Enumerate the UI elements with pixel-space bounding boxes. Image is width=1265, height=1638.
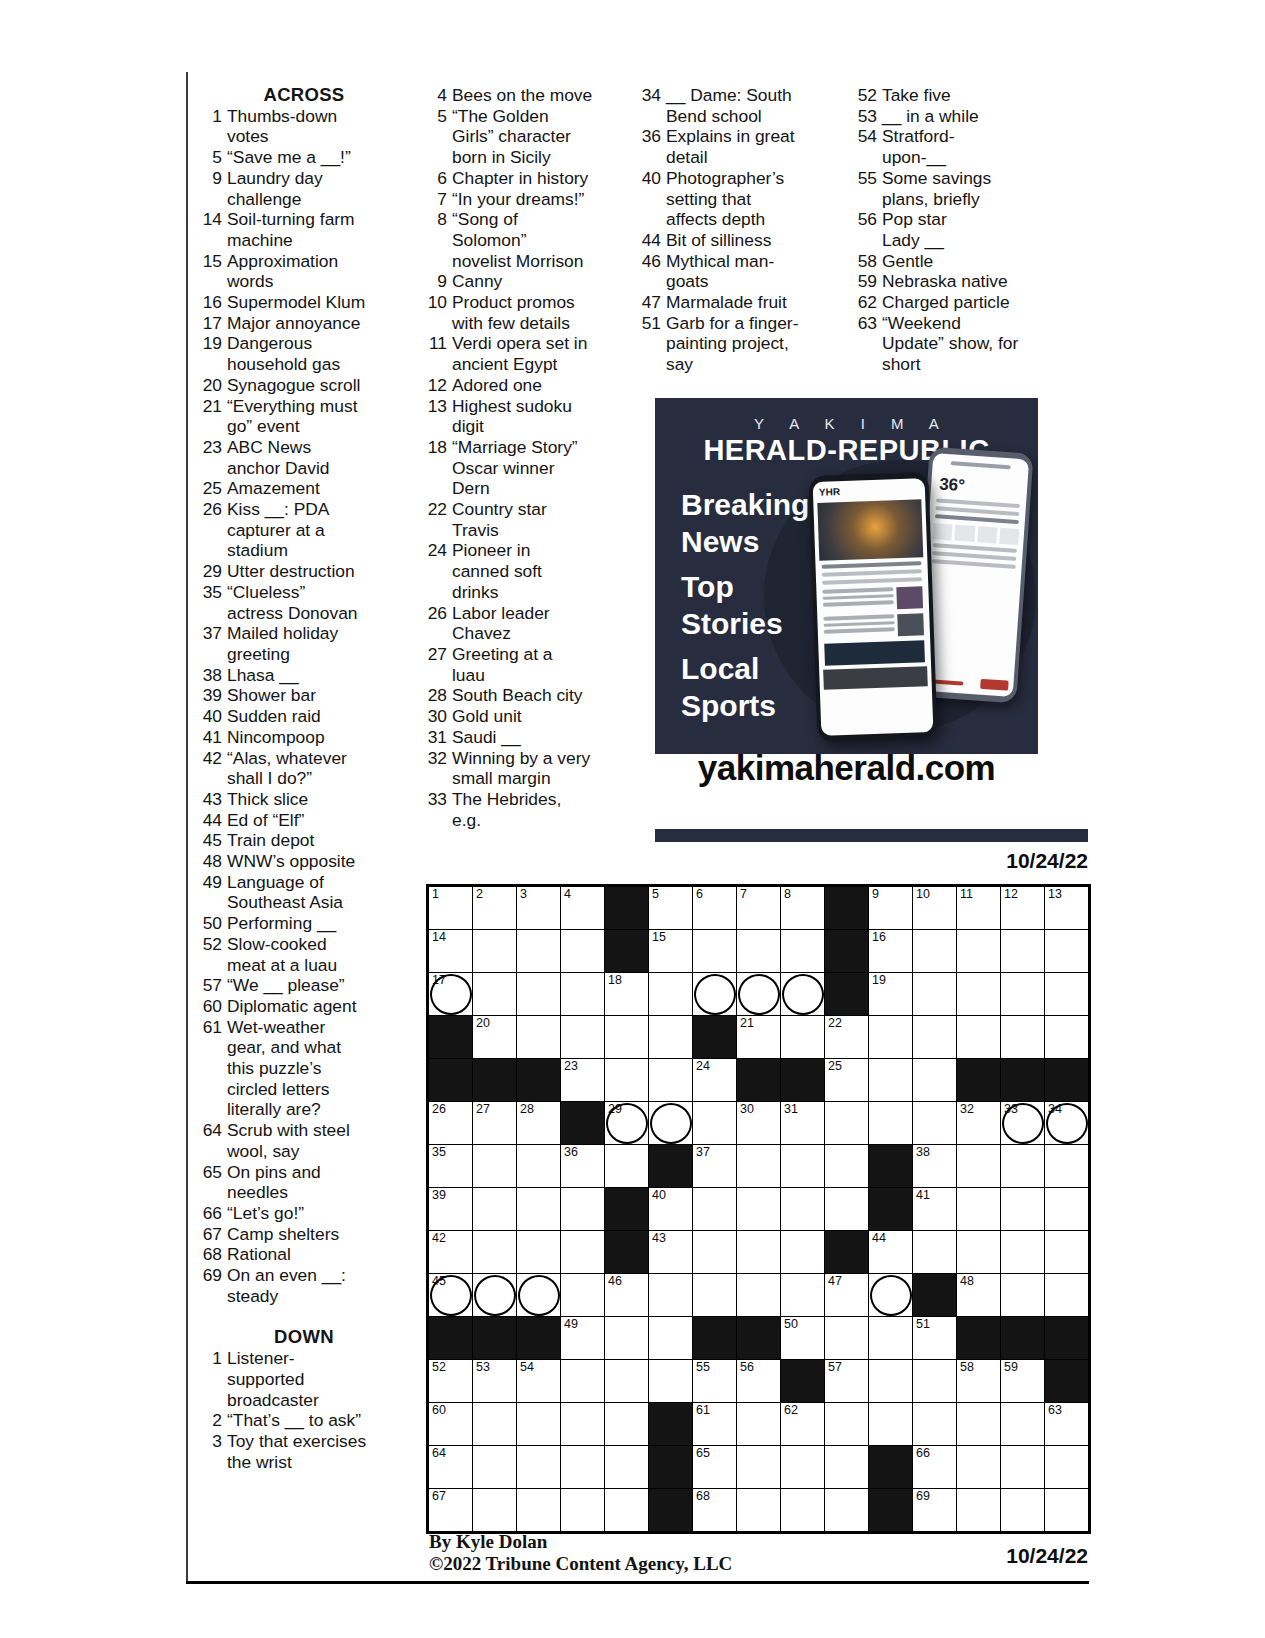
grid-cell[interactable]: 62 xyxy=(781,1403,824,1445)
clue-number: 39 xyxy=(198,685,222,706)
clue-number: 40 xyxy=(637,168,661,189)
grid-cell[interactable]: 27 xyxy=(473,1102,516,1144)
grid-cell[interactable] xyxy=(605,1317,648,1359)
cell-number: 5 xyxy=(652,888,659,901)
cell-number: 6 xyxy=(696,888,703,901)
grid-cell[interactable]: 35 xyxy=(429,1145,472,1187)
grid-cell[interactable] xyxy=(957,1188,1000,1230)
grid-cell[interactable]: 28 xyxy=(517,1102,560,1144)
grid-cell[interactable] xyxy=(693,1274,736,1316)
clue-text: South Beach city xyxy=(452,685,583,706)
clue-across-39: 39Shower bar xyxy=(198,685,410,706)
grid-cell[interactable] xyxy=(473,930,516,972)
cell-number: 39 xyxy=(432,1189,446,1202)
grid-cell[interactable]: 30 xyxy=(737,1102,780,1144)
grid-cell[interactable]: 20 xyxy=(473,1016,516,1058)
grid-cell[interactable] xyxy=(649,1317,692,1359)
grid-cell[interactable] xyxy=(913,973,956,1015)
grid-cell[interactable] xyxy=(649,1059,692,1101)
grid-cell[interactable]: 45 xyxy=(429,1274,472,1316)
clue-down-26: 26Labor leader Chavez xyxy=(423,603,628,644)
grid-cell[interactable] xyxy=(605,1016,648,1058)
grid-cell[interactable]: 29 xyxy=(605,1102,648,1144)
clue-down-34: 34__ Dame: South Bend school xyxy=(637,85,847,126)
clue-text: Charged particle xyxy=(882,292,1010,313)
grid-cell[interactable] xyxy=(957,1016,1000,1058)
black-cell xyxy=(1045,1059,1088,1101)
grid-cell[interactable]: 44 xyxy=(869,1231,912,1273)
grid-cell[interactable] xyxy=(561,1403,604,1445)
grid-cell[interactable] xyxy=(605,1145,648,1187)
grid-cell[interactable] xyxy=(561,1446,604,1488)
grid-cell[interactable] xyxy=(913,1403,956,1445)
clue-number: 30 xyxy=(423,706,447,727)
clue-text: __ in a while xyxy=(882,106,979,127)
clue-across-50: 50Performing __ xyxy=(198,913,410,934)
clue-number: 7 xyxy=(423,189,447,210)
black-cell xyxy=(561,1102,604,1144)
clue-number: 35 xyxy=(198,582,222,603)
clue-text: Shower bar xyxy=(227,685,316,706)
grid-cell[interactable] xyxy=(737,1188,780,1230)
grid-cell[interactable] xyxy=(693,1188,736,1230)
grid-cell[interactable] xyxy=(913,1016,956,1058)
grid-cell[interactable]: 13 xyxy=(1045,887,1088,929)
grid-cell[interactable] xyxy=(781,1016,824,1058)
grid-cell[interactable] xyxy=(517,930,560,972)
grid-cell[interactable]: 22 xyxy=(825,1016,868,1058)
grid-cell[interactable]: 12 xyxy=(1001,887,1044,929)
grid-cell[interactable]: 32 xyxy=(957,1102,1000,1144)
grid-cell[interactable] xyxy=(781,1446,824,1488)
cell-number: 23 xyxy=(564,1060,578,1073)
grid-cell[interactable] xyxy=(737,1403,780,1445)
grid-cell[interactable] xyxy=(605,1489,648,1531)
grid-cell[interactable] xyxy=(605,1360,648,1402)
grid-cell[interactable] xyxy=(1001,1145,1044,1187)
clue-number: 10 xyxy=(423,292,447,313)
grid-cell[interactable] xyxy=(517,1274,560,1316)
grid-cell[interactable]: 46 xyxy=(605,1274,648,1316)
clue-number: 41 xyxy=(198,727,222,748)
grid-cell[interactable] xyxy=(781,1231,824,1273)
clue-down-4: 4Bees on the move xyxy=(423,85,628,106)
grid-cell[interactable]: 52 xyxy=(429,1360,472,1402)
grid-cell[interactable] xyxy=(781,1188,824,1230)
grid-cell[interactable] xyxy=(825,1188,868,1230)
clue-number: 58 xyxy=(853,251,877,272)
theme-circle xyxy=(738,974,780,1015)
herald-republic-ad[interactable]: Y A K I M A HERALD-REPUBLIC Breaking New… xyxy=(655,398,1038,754)
grid-cell[interactable]: 69 xyxy=(913,1489,956,1531)
grid-cell[interactable] xyxy=(781,1145,824,1187)
grid-cell[interactable]: 48 xyxy=(957,1274,1000,1316)
clue-text: Wet-weather gear, and what this puzzle’s… xyxy=(227,1017,341,1121)
clue-down-54: 54Stratford- upon-__ xyxy=(853,126,1065,167)
clue-text: “Song of Solomon” novelist Morrison xyxy=(452,209,583,271)
grid-cell[interactable]: 41 xyxy=(913,1188,956,1230)
black-cell xyxy=(825,887,868,929)
grid-cell[interactable]: 36 xyxy=(561,1145,604,1187)
grid-cell[interactable] xyxy=(957,1489,1000,1531)
clue-number: 37 xyxy=(198,623,222,644)
clue-text: “We __ please” xyxy=(227,975,345,996)
grid-cell[interactable] xyxy=(957,930,1000,972)
clue-number: 57 xyxy=(198,975,222,996)
cell-number: 35 xyxy=(432,1146,446,1159)
clue-across-35: 35“Clueless” actress Donovan xyxy=(198,582,410,623)
grid-cell[interactable]: 65 xyxy=(693,1446,736,1488)
grid-cell[interactable]: 49 xyxy=(561,1317,604,1359)
grid-cell[interactable] xyxy=(1045,1489,1088,1531)
grid-cell[interactable] xyxy=(1045,1188,1088,1230)
grid-cell[interactable] xyxy=(561,1489,604,1531)
black-cell xyxy=(869,1446,912,1488)
grid-cell[interactable] xyxy=(1045,1446,1088,1488)
clue-text: Performing __ xyxy=(227,913,336,934)
clue-down-9: 9Canny xyxy=(423,271,628,292)
grid-cell[interactable] xyxy=(561,1188,604,1230)
grid-cell[interactable] xyxy=(869,1102,912,1144)
clue-across-44: 44Ed of “Elf” xyxy=(198,810,410,831)
grid-cell[interactable]: 3 xyxy=(517,887,560,929)
grid-cell[interactable] xyxy=(517,1016,560,1058)
clue-text: Listener- supported broadcaster xyxy=(227,1348,319,1410)
grid-cell[interactable]: 57 xyxy=(825,1360,868,1402)
grid-cell[interactable] xyxy=(957,1231,1000,1273)
grid-cell[interactable]: 11 xyxy=(957,887,1000,929)
grid-cell[interactable]: 58 xyxy=(957,1360,1000,1402)
grid-cell[interactable] xyxy=(473,1446,516,1488)
grid-cell[interactable]: 14 xyxy=(429,930,472,972)
grid-cell[interactable] xyxy=(869,1360,912,1402)
clue-number: 50 xyxy=(198,913,222,934)
grid-cell[interactable] xyxy=(1001,930,1044,972)
grid-cell[interactable] xyxy=(517,1403,560,1445)
grid-cell[interactable] xyxy=(1001,973,1044,1015)
clue-down-18: 18“Marriage Story” Oscar winner Dern xyxy=(423,437,628,499)
cell-number: 41 xyxy=(916,1189,930,1202)
puzzle-date-top: 10/24/22 xyxy=(1006,849,1088,873)
grid-cell[interactable] xyxy=(869,1403,912,1445)
clue-down-52: 52Take five xyxy=(853,85,1065,106)
grid-cell[interactable] xyxy=(737,1145,780,1187)
grid-cell[interactable] xyxy=(1001,1016,1044,1058)
clue-number: 1 xyxy=(198,1348,222,1369)
clue-across-25: 25Amazement xyxy=(198,478,410,499)
grid-cell[interactable]: 51 xyxy=(913,1317,956,1359)
grid-cell[interactable]: 37 xyxy=(693,1145,736,1187)
cell-number: 31 xyxy=(784,1103,798,1116)
grid-cell[interactable] xyxy=(473,1145,516,1187)
cell-number: 56 xyxy=(740,1361,754,1374)
theme-circle xyxy=(650,1103,692,1144)
clue-text: Thumbs-down votes xyxy=(227,106,337,147)
grid-cell[interactable]: 63 xyxy=(1045,1403,1088,1445)
grid-cell[interactable] xyxy=(605,1446,648,1488)
grid-cell[interactable]: 54 xyxy=(517,1360,560,1402)
grid-cell[interactable] xyxy=(473,1403,516,1445)
grid-cell[interactable] xyxy=(737,1274,780,1316)
grid-cell[interactable] xyxy=(869,1059,912,1101)
clue-text: Nincompoop xyxy=(227,727,325,748)
grid-cell[interactable] xyxy=(869,1016,912,1058)
clue-number: 53 xyxy=(853,106,877,127)
grid-cell[interactable] xyxy=(473,1274,516,1316)
grid-cell[interactable] xyxy=(825,1317,868,1359)
grid-cell[interactable]: 33 xyxy=(1001,1102,1044,1144)
clue-across-66: 66“Let’s go!” xyxy=(198,1203,410,1224)
grid-cell[interactable] xyxy=(517,1145,560,1187)
grid-cell[interactable]: 16 xyxy=(869,930,912,972)
black-cell xyxy=(1045,1317,1088,1359)
grid-cell[interactable]: 55 xyxy=(693,1360,736,1402)
grid-cell[interactable] xyxy=(561,1016,604,1058)
grid-cell[interactable] xyxy=(825,1102,868,1144)
black-cell xyxy=(957,1317,1000,1359)
grid-cell[interactable]: 61 xyxy=(693,1403,736,1445)
clue-number: 13 xyxy=(423,396,447,417)
grid-cell[interactable]: 18 xyxy=(605,973,648,1015)
crossword-grid[interactable]: 1234567891011121314151617181920212223242… xyxy=(426,884,1091,1534)
grid-cell[interactable] xyxy=(913,1360,956,1402)
clue-number: 65 xyxy=(198,1162,222,1183)
clue-text: Canny xyxy=(452,271,502,292)
clue-across-9: 9Laundry day challenge xyxy=(198,168,410,209)
grid-cell[interactable] xyxy=(1001,1274,1044,1316)
grid-cell[interactable]: 25 xyxy=(825,1059,868,1101)
grid-cell[interactable]: 39 xyxy=(429,1188,472,1230)
grid-cell[interactable]: 4 xyxy=(561,887,604,929)
theme-circle xyxy=(694,974,736,1015)
weather-temp: 36° xyxy=(931,463,1029,500)
grid-cell[interactable]: 60 xyxy=(429,1403,472,1445)
cell-number: 28 xyxy=(520,1103,534,1116)
cell-number: 44 xyxy=(872,1232,886,1245)
grid-cell[interactable] xyxy=(693,1231,736,1273)
grid-cell[interactable]: 31 xyxy=(781,1102,824,1144)
grid-cell[interactable]: 24 xyxy=(693,1059,736,1101)
clue-text: Train depot xyxy=(227,830,314,851)
black-cell xyxy=(737,1059,780,1101)
grid-cell[interactable]: 26 xyxy=(429,1102,472,1144)
grid-cell[interactable]: 2 xyxy=(473,887,516,929)
grid-cell[interactable] xyxy=(1045,1145,1088,1187)
grid-cell[interactable] xyxy=(913,1059,956,1101)
grid-cell[interactable] xyxy=(561,1231,604,1273)
grid-cell[interactable] xyxy=(957,973,1000,1015)
clue-across-14: 14Soil-turning farm machine xyxy=(198,209,410,250)
across-header: ACROSS xyxy=(198,85,410,106)
grid-cell[interactable]: 15 xyxy=(649,930,692,972)
black-cell xyxy=(737,1317,780,1359)
grid-cell[interactable] xyxy=(1001,1188,1044,1230)
grid-cell[interactable] xyxy=(693,930,736,972)
clue-number: 56 xyxy=(853,209,877,230)
grid-cell[interactable] xyxy=(825,1145,868,1187)
clue-text: Saudi __ xyxy=(452,727,521,748)
cell-number: 58 xyxy=(960,1361,974,1374)
grid-cell[interactable] xyxy=(913,930,956,972)
grid-cell[interactable]: 64 xyxy=(429,1446,472,1488)
grid-cell[interactable]: 1 xyxy=(429,887,472,929)
grid-cell[interactable] xyxy=(561,1274,604,1316)
clue-number: 15 xyxy=(198,251,222,272)
clue-across-26: 26Kiss __: PDA capturer at a stadium xyxy=(198,499,410,561)
grid-cell[interactable] xyxy=(605,1403,648,1445)
grid-cell[interactable] xyxy=(649,1102,692,1144)
grid-cell[interactable]: 19 xyxy=(869,973,912,1015)
clue-text: Highest sudoku digit xyxy=(452,396,572,437)
grid-cell[interactable]: 5 xyxy=(649,887,692,929)
grid-cell[interactable] xyxy=(693,973,736,1015)
grid-cell[interactable] xyxy=(649,1360,692,1402)
grid-cell[interactable]: 42 xyxy=(429,1231,472,1273)
clue-text: Product promos with few details xyxy=(452,292,575,333)
grid-cell[interactable] xyxy=(561,1360,604,1402)
grid-cell[interactable] xyxy=(737,1489,780,1531)
grid-cell[interactable]: 56 xyxy=(737,1360,780,1402)
grid-cell[interactable] xyxy=(957,1403,1000,1445)
black-cell xyxy=(869,1188,912,1230)
clue-down-28: 28South Beach city xyxy=(423,685,628,706)
news-bottom-photo xyxy=(823,666,928,690)
grid-cell[interactable] xyxy=(737,930,780,972)
grid-cell[interactable] xyxy=(913,1102,956,1144)
clue-down-33: 33The Hebrides, e.g. xyxy=(423,789,628,830)
grid-cell[interactable]: 50 xyxy=(781,1317,824,1359)
cell-number: 59 xyxy=(1004,1361,1018,1374)
black-cell xyxy=(605,1188,648,1230)
grid-cell[interactable] xyxy=(1045,1274,1088,1316)
clue-down-30: 30Gold unit xyxy=(423,706,628,727)
grid-cell[interactable] xyxy=(1001,1403,1044,1445)
clue-text: “Save me a __!” xyxy=(227,147,351,168)
grid-cell[interactable] xyxy=(517,1231,560,1273)
grid-cell[interactable]: 17 xyxy=(429,973,472,1015)
black-cell xyxy=(517,1317,560,1359)
grid-cell[interactable] xyxy=(1045,973,1088,1015)
cell-number: 8 xyxy=(784,888,791,901)
clue-number: 9 xyxy=(423,271,447,292)
grid-cell[interactable] xyxy=(957,1145,1000,1187)
grid-cell[interactable] xyxy=(1001,1446,1044,1488)
grid-cell[interactable] xyxy=(825,1403,868,1445)
grid-cell[interactable] xyxy=(869,1274,912,1316)
grid-cell[interactable] xyxy=(737,1446,780,1488)
grid-cell[interactable]: 8 xyxy=(781,887,824,929)
clue-text: Winning by a very small margin xyxy=(452,748,590,789)
grid-cell[interactable]: 66 xyxy=(913,1446,956,1488)
grid-cell[interactable] xyxy=(913,1231,956,1273)
grid-cell[interactable] xyxy=(781,973,824,1015)
clue-text: Country star Travis xyxy=(452,499,547,540)
clue-column-2: 4Bees on the move5“The Golden Girls” cha… xyxy=(423,85,628,830)
grid-cell[interactable]: 68 xyxy=(693,1489,736,1531)
grid-cell[interactable] xyxy=(781,1274,824,1316)
clue-number: 66 xyxy=(198,1203,222,1224)
clue-number: 54 xyxy=(853,126,877,147)
clue-number: 4 xyxy=(423,85,447,106)
clue-across-23: 23ABC News anchor David xyxy=(198,437,410,478)
website-url[interactable]: yakimaherald.com xyxy=(655,748,1038,788)
theme-circle xyxy=(518,1275,560,1316)
grid-cell[interactable] xyxy=(605,1059,648,1101)
clue-text: Kiss __: PDA capturer at a stadium xyxy=(227,499,329,561)
grid-cell[interactable] xyxy=(517,1489,560,1531)
grid-cell[interactable]: 40 xyxy=(649,1188,692,1230)
grid-cell[interactable] xyxy=(517,1188,560,1230)
grid-cell[interactable] xyxy=(869,1317,912,1359)
grid-cell[interactable] xyxy=(561,973,604,1015)
grid-cell[interactable]: 59 xyxy=(1001,1360,1044,1402)
grid-cell[interactable] xyxy=(473,1188,516,1230)
grid-cell[interactable]: 9 xyxy=(869,887,912,929)
grid-cell[interactable] xyxy=(1045,930,1088,972)
cell-number: 67 xyxy=(432,1490,446,1503)
grid-cell[interactable]: 47 xyxy=(825,1274,868,1316)
clue-text: The Hebrides, e.g. xyxy=(452,789,561,830)
grid-cell[interactable] xyxy=(561,930,604,972)
clue-text: Laundry day challenge xyxy=(227,168,323,209)
cell-number: 66 xyxy=(916,1447,930,1460)
black-cell xyxy=(869,1145,912,1187)
grid-cell[interactable] xyxy=(693,1102,736,1144)
grid-cell[interactable] xyxy=(1001,1231,1044,1273)
clue-text: Verdi opera set in ancient Egypt xyxy=(452,333,587,374)
grid-cell[interactable] xyxy=(825,1446,868,1488)
clue-number: 11 xyxy=(423,333,447,354)
clue-across-57: 57“We __ please” xyxy=(198,975,410,996)
grid-cell[interactable] xyxy=(473,1231,516,1273)
grid-cell[interactable] xyxy=(517,1446,560,1488)
grid-cell[interactable]: 34 xyxy=(1045,1102,1088,1144)
grid-cell[interactable]: 10 xyxy=(913,887,956,929)
grid-cell[interactable] xyxy=(649,1274,692,1316)
clue-down-31: 31Saudi __ xyxy=(423,727,628,748)
grid-cell[interactable] xyxy=(737,1231,780,1273)
grid-cell[interactable] xyxy=(1045,1231,1088,1273)
grid-cell[interactable] xyxy=(649,1016,692,1058)
grid-cell[interactable]: 21 xyxy=(737,1016,780,1058)
grid-cell[interactable]: 38 xyxy=(913,1145,956,1187)
news-hero-photo xyxy=(817,499,923,561)
clue-text: Thick slice xyxy=(227,789,308,810)
grid-cell[interactable]: 23 xyxy=(561,1059,604,1101)
grid-cell[interactable]: 53 xyxy=(473,1360,516,1402)
grid-cell[interactable] xyxy=(781,930,824,972)
grid-cell[interactable] xyxy=(473,1489,516,1531)
grid-cell[interactable] xyxy=(1001,1489,1044,1531)
clue-number: 22 xyxy=(423,499,447,520)
cell-number: 60 xyxy=(432,1404,446,1417)
grid-cell[interactable]: 7 xyxy=(737,887,780,929)
grid-cell[interactable] xyxy=(957,1446,1000,1488)
grid-cell[interactable] xyxy=(781,1489,824,1531)
grid-cell[interactable] xyxy=(649,973,692,1015)
grid-cell[interactable]: 67 xyxy=(429,1489,472,1531)
copyright: ©2022 Tribune Content Agency, LLC xyxy=(429,1553,732,1575)
grid-cell[interactable] xyxy=(825,1489,868,1531)
grid-cell[interactable]: 6 xyxy=(693,887,736,929)
grid-cell[interactable] xyxy=(737,973,780,1015)
grid-cell[interactable]: 43 xyxy=(649,1231,692,1273)
grid-cell[interactable] xyxy=(1045,1016,1088,1058)
clue-down-1: 1Listener- supported broadcaster xyxy=(198,1348,410,1410)
black-cell xyxy=(649,1446,692,1488)
grid-cell[interactable] xyxy=(517,973,560,1015)
grid-cell[interactable] xyxy=(473,973,516,1015)
